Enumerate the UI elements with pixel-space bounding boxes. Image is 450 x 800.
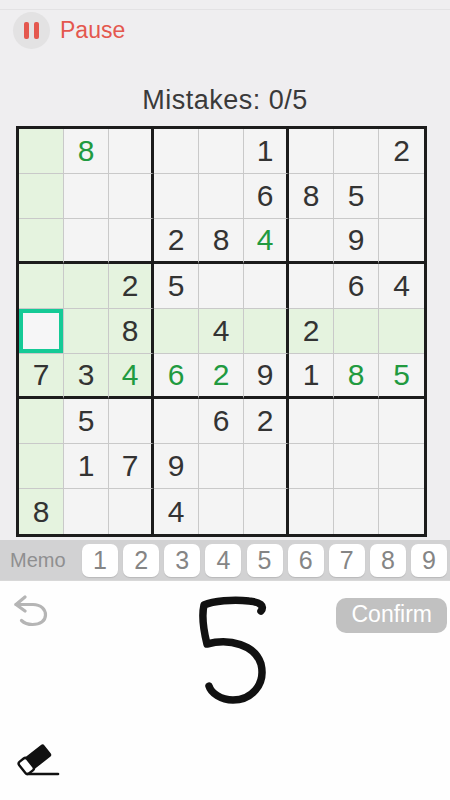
cell-r8c5[interactable] xyxy=(199,444,244,489)
cell-r7c1[interactable] xyxy=(19,399,64,444)
cell-r3c1[interactable] xyxy=(19,219,64,264)
memo-number-4[interactable]: 4 xyxy=(205,544,241,577)
memo-bar: Memo 123456789 xyxy=(0,540,450,580)
cell-r5c9[interactable] xyxy=(379,309,424,354)
cell-r1c4[interactable] xyxy=(154,129,199,174)
memo-number-3[interactable]: 3 xyxy=(164,544,200,577)
cell-r6c9[interactable]: 5 xyxy=(379,354,424,399)
sudoku-board: 8126852849256484273462918556217984 xyxy=(16,126,427,537)
cell-r1c7[interactable] xyxy=(289,129,334,174)
cell-r5c1[interactable] xyxy=(19,309,64,354)
cell-r6c4[interactable]: 6 xyxy=(154,354,199,399)
cell-r1c5[interactable] xyxy=(199,129,244,174)
cell-r6c3[interactable]: 4 xyxy=(109,354,154,399)
cell-r8c3[interactable]: 7 xyxy=(109,444,154,489)
cell-r8c9[interactable] xyxy=(379,444,424,489)
cell-r4c5[interactable] xyxy=(199,264,244,309)
cell-r6c5[interactable]: 2 xyxy=(199,354,244,399)
memo-number-7[interactable]: 7 xyxy=(329,544,365,577)
cell-r1c9[interactable]: 2 xyxy=(379,129,424,174)
mistakes-counter: Mistakes: 0/5 xyxy=(0,85,450,116)
cell-r3c4[interactable]: 2 xyxy=(154,219,199,264)
cell-r4c6[interactable] xyxy=(244,264,289,309)
undo-icon xyxy=(12,595,50,629)
cell-r9c4[interactable]: 4 xyxy=(154,489,199,534)
cell-r6c7[interactable]: 1 xyxy=(289,354,334,399)
cell-r2c7[interactable]: 8 xyxy=(289,174,334,219)
cell-r6c8[interactable]: 8 xyxy=(334,354,379,399)
cell-r4c4[interactable]: 5 xyxy=(154,264,199,309)
cell-r3c3[interactable] xyxy=(109,219,154,264)
cell-r9c2[interactable] xyxy=(64,489,109,534)
cell-r9c9[interactable] xyxy=(379,489,424,534)
memo-number-2[interactable]: 2 xyxy=(123,544,159,577)
memo-label: Memo xyxy=(10,549,66,572)
cell-r7c4[interactable] xyxy=(154,399,199,444)
cell-r9c8[interactable] xyxy=(334,489,379,534)
cell-r5c5[interactable]: 4 xyxy=(199,309,244,354)
statusbar-divider xyxy=(0,0,450,10)
memo-number-9[interactable]: 9 xyxy=(411,544,447,577)
cell-r8c7[interactable] xyxy=(289,444,334,489)
cell-r9c7[interactable] xyxy=(289,489,334,534)
cell-r4c2[interactable] xyxy=(64,264,109,309)
cell-r7c9[interactable] xyxy=(379,399,424,444)
cell-r2c4[interactable] xyxy=(154,174,199,219)
cell-r4c7[interactable] xyxy=(289,264,334,309)
number-pad: 123456789 xyxy=(82,544,447,577)
cell-r8c4[interactable]: 9 xyxy=(154,444,199,489)
cell-r1c3[interactable] xyxy=(109,129,154,174)
cell-r6c2[interactable]: 3 xyxy=(64,354,109,399)
cell-r5c2[interactable] xyxy=(64,309,109,354)
eraser-button[interactable] xyxy=(16,733,62,782)
cell-r2c1[interactable] xyxy=(19,174,64,219)
cell-r2c8[interactable]: 5 xyxy=(334,174,379,219)
cell-r7c2[interactable]: 5 xyxy=(64,399,109,444)
cell-r1c8[interactable] xyxy=(334,129,379,174)
cell-r9c5[interactable] xyxy=(199,489,244,534)
handwritten-digit-5 xyxy=(185,590,295,715)
memo-number-5[interactable]: 5 xyxy=(247,544,283,577)
cell-r2c6[interactable]: 6 xyxy=(244,174,289,219)
cell-r4c8[interactable]: 6 xyxy=(334,264,379,309)
cell-r7c6[interactable]: 2 xyxy=(244,399,289,444)
handwriting-canvas[interactable]: Confirm xyxy=(0,580,450,800)
pause-label: Pause xyxy=(60,17,125,44)
cell-r7c5[interactable]: 6 xyxy=(199,399,244,444)
cell-r7c8[interactable] xyxy=(334,399,379,444)
cell-r3c6[interactable]: 4 xyxy=(244,219,289,264)
cell-r5c6[interactable] xyxy=(244,309,289,354)
cell-r1c6[interactable]: 1 xyxy=(244,129,289,174)
cell-r5c3[interactable]: 8 xyxy=(109,309,154,354)
sudoku-app: Pause Mistakes: 0/5 81268528492564842734… xyxy=(0,0,450,800)
cell-r1c2[interactable]: 8 xyxy=(64,129,109,174)
confirm-button[interactable]: Confirm xyxy=(336,598,447,633)
cell-r3c2[interactable] xyxy=(64,219,109,264)
cell-r3c5[interactable]: 8 xyxy=(199,219,244,264)
cell-r9c1[interactable]: 8 xyxy=(19,489,64,534)
cell-r8c2[interactable]: 1 xyxy=(64,444,109,489)
cell-r5c7[interactable]: 2 xyxy=(289,309,334,354)
cell-r7c3[interactable] xyxy=(109,399,154,444)
cell-r2c2[interactable] xyxy=(64,174,109,219)
pause-icon xyxy=(13,12,50,49)
memo-number-6[interactable]: 6 xyxy=(288,544,324,577)
cell-r7c7[interactable] xyxy=(289,399,334,444)
cell-r1c1[interactable] xyxy=(19,129,64,174)
memo-number-8[interactable]: 8 xyxy=(370,544,406,577)
cell-r9c3[interactable] xyxy=(109,489,154,534)
pause-button[interactable]: Pause xyxy=(13,12,125,49)
cell-r4c1[interactable] xyxy=(19,264,64,309)
cell-r9c6[interactable] xyxy=(244,489,289,534)
cell-r3c9[interactable] xyxy=(379,219,424,264)
cell-r3c7[interactable] xyxy=(289,219,334,264)
cell-r3c8[interactable]: 9 xyxy=(334,219,379,264)
undo-button[interactable] xyxy=(12,595,50,632)
cell-r6c6[interactable]: 9 xyxy=(244,354,289,399)
cell-r2c9[interactable] xyxy=(379,174,424,219)
cell-r4c9[interactable]: 4 xyxy=(379,264,424,309)
eraser-icon xyxy=(16,733,62,779)
cell-r8c6[interactable] xyxy=(244,444,289,489)
cell-r5c8[interactable] xyxy=(334,309,379,354)
cell-r2c3[interactable] xyxy=(109,174,154,219)
cell-r8c8[interactable] xyxy=(334,444,379,489)
cell-r2c5[interactable] xyxy=(199,174,244,219)
cell-r8c1[interactable] xyxy=(19,444,64,489)
cell-r5c4[interactable] xyxy=(154,309,199,354)
cell-r6c1[interactable]: 7 xyxy=(19,354,64,399)
cell-r4c3[interactable]: 2 xyxy=(109,264,154,309)
memo-number-1[interactable]: 1 xyxy=(82,544,118,577)
